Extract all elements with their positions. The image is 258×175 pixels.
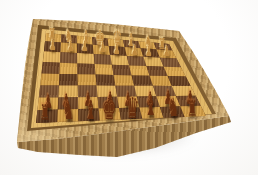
board-pieces: ♜♞♝♚♛♝♞♜♟♟♟♟♟♟♟♟♟♟♟♟♟♟♟♟♜♞♝♚♛♝♞♜ (0, 0, 258, 175)
photo-scene: Carved wooden chess set at the starting … (0, 0, 258, 175)
